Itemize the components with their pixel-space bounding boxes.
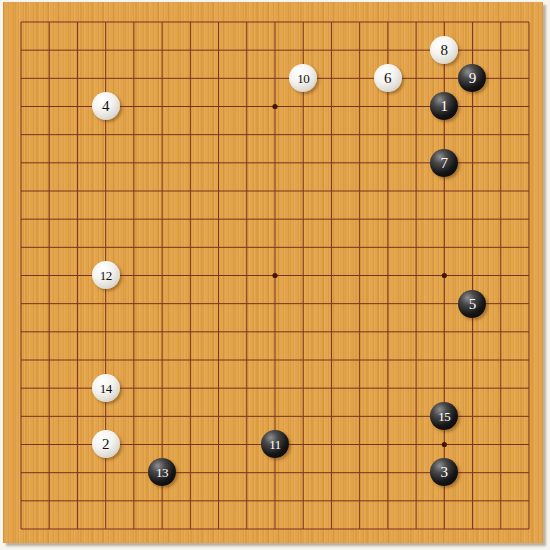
intersection[interactable] — [120, 205, 148, 233]
intersection[interactable] — [515, 289, 543, 317]
intersection[interactable] — [515, 458, 543, 486]
intersection[interactable] — [346, 177, 374, 205]
intersection[interactable] — [204, 233, 232, 261]
intersection[interactable] — [458, 8, 486, 36]
intersection[interactable] — [63, 318, 91, 346]
intersection[interactable] — [346, 8, 374, 36]
intersection[interactable] — [289, 261, 317, 289]
intersection[interactable] — [120, 36, 148, 64]
intersection[interactable] — [430, 233, 458, 261]
intersection[interactable] — [204, 487, 232, 515]
intersection[interactable] — [402, 374, 430, 402]
intersection[interactable] — [204, 515, 232, 543]
intersection[interactable] — [487, 177, 515, 205]
intersection[interactable] — [289, 233, 317, 261]
intersection[interactable] — [7, 36, 35, 64]
intersection[interactable] — [63, 515, 91, 543]
intersection[interactable] — [374, 149, 402, 177]
intersection[interactable] — [261, 374, 289, 402]
intersection[interactable] — [120, 149, 148, 177]
intersection[interactable] — [317, 233, 345, 261]
intersection[interactable] — [515, 233, 543, 261]
intersection[interactable] — [374, 92, 402, 120]
intersection[interactable] — [261, 261, 289, 289]
intersection[interactable] — [487, 318, 515, 346]
intersection[interactable]: 7 — [430, 149, 458, 177]
intersection[interactable] — [317, 205, 345, 233]
intersection[interactable] — [458, 402, 486, 430]
intersection[interactable] — [430, 121, 458, 149]
intersection[interactable] — [63, 289, 91, 317]
intersection[interactable] — [92, 346, 120, 374]
intersection[interactable] — [289, 430, 317, 458]
intersection[interactable] — [176, 458, 204, 486]
intersection[interactable] — [261, 233, 289, 261]
intersection[interactable] — [487, 233, 515, 261]
intersection[interactable] — [430, 261, 458, 289]
intersection[interactable] — [261, 149, 289, 177]
intersection[interactable]: 11 — [261, 430, 289, 458]
intersection[interactable] — [176, 205, 204, 233]
intersection[interactable] — [515, 402, 543, 430]
intersection[interactable] — [120, 430, 148, 458]
intersection[interactable] — [204, 346, 232, 374]
intersection[interactable] — [430, 289, 458, 317]
intersection[interactable] — [63, 92, 91, 120]
intersection[interactable] — [261, 458, 289, 486]
intersection[interactable] — [233, 92, 261, 120]
intersection[interactable] — [402, 205, 430, 233]
intersection[interactable] — [487, 64, 515, 92]
intersection[interactable] — [289, 149, 317, 177]
intersection[interactable] — [346, 261, 374, 289]
intersection[interactable] — [487, 205, 515, 233]
intersection[interactable] — [261, 318, 289, 346]
intersection[interactable] — [261, 121, 289, 149]
intersection[interactable]: 3 — [430, 458, 458, 486]
intersection[interactable] — [148, 8, 176, 36]
intersection[interactable] — [458, 233, 486, 261]
intersection[interactable] — [148, 430, 176, 458]
intersection[interactable] — [374, 402, 402, 430]
intersection[interactable] — [7, 346, 35, 374]
intersection[interactable] — [7, 515, 35, 543]
intersection[interactable] — [317, 36, 345, 64]
intersection[interactable] — [430, 487, 458, 515]
intersection[interactable] — [487, 487, 515, 515]
intersection[interactable] — [148, 233, 176, 261]
intersection[interactable] — [402, 36, 430, 64]
intersection[interactable] — [120, 121, 148, 149]
intersection[interactable] — [289, 8, 317, 36]
intersection[interactable] — [204, 318, 232, 346]
intersection[interactable] — [458, 92, 486, 120]
intersection[interactable] — [148, 36, 176, 64]
intersection[interactable] — [346, 487, 374, 515]
intersection[interactable] — [120, 8, 148, 36]
intersection[interactable] — [92, 458, 120, 486]
intersection[interactable]: 15 — [430, 402, 458, 430]
intersection[interactable] — [402, 318, 430, 346]
intersection[interactable] — [120, 289, 148, 317]
intersection[interactable] — [374, 261, 402, 289]
intersection[interactable] — [63, 458, 91, 486]
intersection[interactable] — [148, 261, 176, 289]
intersection[interactable] — [487, 515, 515, 543]
intersection[interactable] — [233, 289, 261, 317]
intersection[interactable] — [402, 515, 430, 543]
intersection[interactable]: 12 — [92, 261, 120, 289]
intersection[interactable] — [402, 177, 430, 205]
intersection[interactable] — [317, 8, 345, 36]
intersection[interactable] — [176, 8, 204, 36]
intersection[interactable] — [7, 261, 35, 289]
intersection[interactable] — [92, 8, 120, 36]
intersection[interactable] — [374, 487, 402, 515]
intersection[interactable] — [317, 346, 345, 374]
intersection[interactable] — [346, 64, 374, 92]
intersection[interactable] — [346, 205, 374, 233]
intersection[interactable] — [176, 92, 204, 120]
intersection[interactable] — [346, 149, 374, 177]
intersection[interactable] — [430, 515, 458, 543]
intersection[interactable] — [317, 374, 345, 402]
intersection[interactable] — [317, 515, 345, 543]
intersection[interactable] — [148, 149, 176, 177]
intersection[interactable] — [430, 64, 458, 92]
intersection[interactable] — [148, 92, 176, 120]
intersection[interactable] — [515, 205, 543, 233]
intersection[interactable] — [261, 177, 289, 205]
intersection[interactable] — [233, 233, 261, 261]
intersection[interactable] — [458, 177, 486, 205]
intersection[interactable] — [487, 458, 515, 486]
intersection[interactable] — [120, 487, 148, 515]
intersection[interactable] — [430, 430, 458, 458]
intersection[interactable] — [7, 318, 35, 346]
intersection[interactable] — [148, 121, 176, 149]
intersection[interactable] — [458, 261, 486, 289]
intersection[interactable]: 2 — [92, 430, 120, 458]
intersection[interactable] — [458, 346, 486, 374]
intersection[interactable] — [374, 205, 402, 233]
intersection[interactable] — [402, 346, 430, 374]
intersection[interactable] — [487, 261, 515, 289]
intersection[interactable] — [204, 402, 232, 430]
intersection[interactable] — [487, 374, 515, 402]
intersection[interactable] — [7, 121, 35, 149]
intersection[interactable] — [515, 318, 543, 346]
intersection[interactable] — [487, 36, 515, 64]
intersection[interactable] — [261, 8, 289, 36]
intersection[interactable] — [35, 346, 63, 374]
intersection[interactable] — [63, 233, 91, 261]
intersection[interactable] — [176, 430, 204, 458]
intersection[interactable] — [374, 289, 402, 317]
intersection[interactable] — [317, 402, 345, 430]
intersection[interactable] — [176, 402, 204, 430]
intersection[interactable] — [487, 121, 515, 149]
intersection[interactable] — [346, 402, 374, 430]
intersection[interactable] — [35, 515, 63, 543]
intersection[interactable] — [63, 121, 91, 149]
intersection[interactable] — [402, 402, 430, 430]
intersection[interactable] — [120, 458, 148, 486]
intersection[interactable] — [204, 374, 232, 402]
intersection[interactable] — [92, 515, 120, 543]
intersection[interactable]: 9 — [458, 64, 486, 92]
intersection[interactable] — [289, 205, 317, 233]
intersection[interactable] — [515, 346, 543, 374]
intersection[interactable] — [233, 318, 261, 346]
intersection[interactable] — [63, 36, 91, 64]
intersection[interactable]: 13 — [148, 458, 176, 486]
intersection[interactable] — [148, 374, 176, 402]
intersection[interactable] — [402, 233, 430, 261]
intersection[interactable]: 1 — [430, 92, 458, 120]
intersection[interactable] — [515, 92, 543, 120]
intersection[interactable] — [35, 430, 63, 458]
intersection[interactable] — [346, 92, 374, 120]
intersection[interactable] — [487, 8, 515, 36]
intersection[interactable] — [487, 289, 515, 317]
intersection[interactable]: 4 — [92, 92, 120, 120]
intersection[interactable] — [317, 121, 345, 149]
intersection[interactable] — [317, 430, 345, 458]
intersection[interactable] — [35, 487, 63, 515]
intersection[interactable] — [92, 149, 120, 177]
intersection[interactable] — [458, 430, 486, 458]
intersection[interactable] — [346, 458, 374, 486]
intersection[interactable] — [515, 36, 543, 64]
intersection[interactable] — [148, 289, 176, 317]
intersection[interactable] — [261, 92, 289, 120]
intersection[interactable] — [148, 205, 176, 233]
intersection[interactable] — [289, 92, 317, 120]
intersection[interactable] — [63, 346, 91, 374]
intersection[interactable] — [92, 487, 120, 515]
intersection[interactable] — [7, 64, 35, 92]
intersection[interactable] — [120, 346, 148, 374]
intersection[interactable] — [7, 177, 35, 205]
intersection[interactable] — [35, 36, 63, 64]
intersection[interactable] — [458, 374, 486, 402]
intersection[interactable] — [346, 318, 374, 346]
intersection[interactable] — [92, 289, 120, 317]
intersection[interactable] — [346, 515, 374, 543]
intersection[interactable] — [35, 205, 63, 233]
intersection[interactable] — [35, 289, 63, 317]
intersection[interactable] — [346, 121, 374, 149]
intersection[interactable] — [176, 318, 204, 346]
intersection[interactable] — [63, 8, 91, 36]
intersection[interactable] — [7, 233, 35, 261]
intersection[interactable] — [402, 458, 430, 486]
intersection[interactable] — [92, 121, 120, 149]
intersection[interactable] — [289, 289, 317, 317]
intersection[interactable] — [35, 458, 63, 486]
intersection[interactable] — [233, 121, 261, 149]
intersection[interactable] — [317, 261, 345, 289]
intersection[interactable] — [92, 36, 120, 64]
intersection[interactable] — [204, 64, 232, 92]
intersection[interactable] — [35, 318, 63, 346]
intersection[interactable] — [402, 430, 430, 458]
intersection[interactable] — [346, 36, 374, 64]
intersection[interactable] — [35, 374, 63, 402]
intersection[interactable] — [204, 289, 232, 317]
intersection[interactable] — [317, 289, 345, 317]
intersection[interactable] — [63, 177, 91, 205]
intersection[interactable] — [261, 289, 289, 317]
intersection[interactable] — [289, 402, 317, 430]
intersection[interactable] — [63, 149, 91, 177]
intersection[interactable] — [204, 205, 232, 233]
intersection[interactable] — [7, 8, 35, 36]
intersection[interactable] — [35, 64, 63, 92]
intersection[interactable] — [35, 233, 63, 261]
intersection[interactable] — [176, 36, 204, 64]
intersection[interactable] — [120, 233, 148, 261]
intersection[interactable] — [63, 261, 91, 289]
intersection[interactable] — [204, 261, 232, 289]
intersection[interactable] — [233, 458, 261, 486]
intersection[interactable] — [148, 402, 176, 430]
intersection[interactable] — [289, 487, 317, 515]
intersection[interactable] — [148, 346, 176, 374]
intersection[interactable] — [35, 177, 63, 205]
intersection[interactable] — [458, 458, 486, 486]
intersection[interactable] — [430, 318, 458, 346]
intersection[interactable] — [317, 177, 345, 205]
intersection[interactable] — [402, 64, 430, 92]
intersection[interactable] — [204, 430, 232, 458]
intersection[interactable] — [289, 177, 317, 205]
intersection[interactable] — [176, 487, 204, 515]
intersection[interactable] — [317, 458, 345, 486]
intersection[interactable]: 10 — [289, 64, 317, 92]
intersection[interactable] — [204, 121, 232, 149]
intersection[interactable] — [176, 261, 204, 289]
intersection[interactable] — [35, 121, 63, 149]
intersection[interactable] — [261, 36, 289, 64]
intersection[interactable] — [515, 121, 543, 149]
intersection[interactable] — [233, 8, 261, 36]
intersection[interactable] — [63, 402, 91, 430]
intersection[interactable] — [487, 430, 515, 458]
intersection[interactable] — [374, 318, 402, 346]
intersection[interactable]: 8 — [430, 36, 458, 64]
intersection[interactable] — [515, 64, 543, 92]
intersection[interactable] — [63, 64, 91, 92]
intersection[interactable] — [458, 149, 486, 177]
intersection[interactable] — [7, 487, 35, 515]
intersection[interactable] — [233, 374, 261, 402]
intersection[interactable] — [176, 233, 204, 261]
intersection[interactable] — [515, 487, 543, 515]
intersection[interactable] — [176, 374, 204, 402]
intersection[interactable] — [374, 458, 402, 486]
intersection[interactable] — [487, 149, 515, 177]
intersection[interactable] — [374, 177, 402, 205]
intersection[interactable] — [515, 261, 543, 289]
intersection[interactable] — [402, 261, 430, 289]
intersection[interactable] — [289, 458, 317, 486]
intersection[interactable] — [233, 346, 261, 374]
intersection[interactable] — [317, 149, 345, 177]
intersection[interactable] — [148, 177, 176, 205]
intersection[interactable] — [233, 487, 261, 515]
intersection[interactable] — [92, 402, 120, 430]
intersection[interactable] — [120, 318, 148, 346]
intersection[interactable] — [35, 149, 63, 177]
intersection[interactable] — [176, 515, 204, 543]
intersection[interactable] — [430, 8, 458, 36]
intersection[interactable] — [7, 92, 35, 120]
intersection[interactable] — [487, 92, 515, 120]
intersection[interactable] — [458, 121, 486, 149]
intersection[interactable] — [402, 121, 430, 149]
intersection[interactable]: 5 — [458, 289, 486, 317]
intersection[interactable] — [92, 64, 120, 92]
intersection[interactable] — [289, 346, 317, 374]
intersection[interactable] — [233, 205, 261, 233]
intersection[interactable] — [374, 8, 402, 36]
intersection[interactable] — [261, 402, 289, 430]
intersection[interactable] — [402, 92, 430, 120]
intersection[interactable] — [458, 515, 486, 543]
intersection[interactable] — [120, 515, 148, 543]
intersection[interactable] — [261, 64, 289, 92]
intersection[interactable] — [289, 36, 317, 64]
intersection[interactable] — [487, 346, 515, 374]
intersection[interactable] — [317, 92, 345, 120]
intersection[interactable] — [458, 318, 486, 346]
intersection[interactable] — [35, 92, 63, 120]
intersection[interactable] — [120, 64, 148, 92]
intersection[interactable] — [233, 515, 261, 543]
intersection[interactable] — [289, 374, 317, 402]
intersection[interactable] — [374, 233, 402, 261]
intersection[interactable] — [120, 92, 148, 120]
intersection[interactable] — [374, 430, 402, 458]
intersection[interactable] — [487, 402, 515, 430]
intersection[interactable] — [261, 205, 289, 233]
intersection[interactable] — [148, 318, 176, 346]
intersection[interactable] — [204, 458, 232, 486]
intersection[interactable] — [402, 149, 430, 177]
intersection[interactable] — [35, 8, 63, 36]
intersection[interactable] — [176, 346, 204, 374]
intersection[interactable] — [289, 318, 317, 346]
intersection[interactable] — [261, 487, 289, 515]
intersection[interactable] — [7, 374, 35, 402]
intersection[interactable] — [63, 487, 91, 515]
intersection[interactable] — [458, 205, 486, 233]
intersection[interactable] — [374, 374, 402, 402]
intersection[interactable] — [233, 402, 261, 430]
intersection[interactable] — [92, 205, 120, 233]
intersection[interactable] — [148, 515, 176, 543]
intersection[interactable] — [92, 177, 120, 205]
intersection[interactable] — [233, 64, 261, 92]
intersection[interactable] — [317, 64, 345, 92]
intersection[interactable] — [261, 346, 289, 374]
intersection[interactable] — [317, 318, 345, 346]
intersection[interactable] — [289, 515, 317, 543]
intersection[interactable] — [430, 374, 458, 402]
intersection[interactable] — [430, 205, 458, 233]
